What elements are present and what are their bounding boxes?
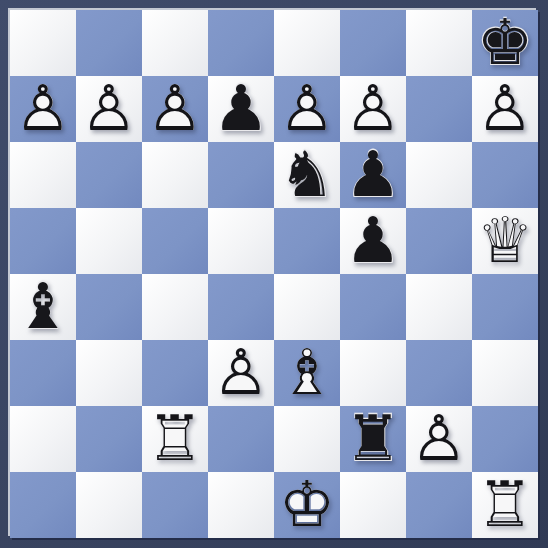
square-e3[interactable]: ♝♗ [274, 340, 340, 406]
black-king-h8[interactable]: ♚♚ [472, 10, 538, 76]
square-f5[interactable]: ♟♟ [340, 208, 406, 274]
square-a2[interactable] [10, 406, 76, 472]
square-g3[interactable] [406, 340, 472, 406]
square-g2[interactable]: ♟♙ [406, 406, 472, 472]
square-a8[interactable] [10, 10, 76, 76]
square-b5[interactable] [76, 208, 142, 274]
square-g1[interactable] [406, 472, 472, 538]
square-a1[interactable] [10, 472, 76, 538]
square-f4[interactable] [340, 274, 406, 340]
square-f6[interactable]: ♟♟ [340, 142, 406, 208]
black-knight-e6[interactable]: ♞♞ [274, 142, 340, 208]
black-pawn-d7[interactable]: ♟♟ [208, 76, 274, 142]
square-h8[interactable]: ♚♚ [472, 10, 538, 76]
board-frame: ♚♚♟♙♟♙♟♙♟♟♟♙♟♙♟♙♞♞♟♟♟♟♛♕♝♝♟♙♝♗♜♖♜♜♟♙♚♔♜♖ [0, 0, 548, 548]
square-g7[interactable] [406, 76, 472, 142]
square-e1[interactable]: ♚♔ [274, 472, 340, 538]
square-b4[interactable] [76, 274, 142, 340]
square-g6[interactable] [406, 142, 472, 208]
square-h6[interactable] [472, 142, 538, 208]
square-b1[interactable] [76, 472, 142, 538]
black-pawn-f6[interactable]: ♟♟ [340, 142, 406, 208]
black-bishop-a4[interactable]: ♝♝ [10, 274, 76, 340]
white-pawn-e7[interactable]: ♟♙ [274, 76, 340, 142]
square-b6[interactable] [76, 142, 142, 208]
square-b3[interactable] [76, 340, 142, 406]
square-f2[interactable]: ♜♜ [340, 406, 406, 472]
square-a4[interactable]: ♝♝ [10, 274, 76, 340]
square-c3[interactable] [142, 340, 208, 406]
white-pawn-d3[interactable]: ♟♙ [208, 340, 274, 406]
square-h4[interactable] [472, 274, 538, 340]
square-d6[interactable] [208, 142, 274, 208]
square-b8[interactable] [76, 10, 142, 76]
square-g8[interactable] [406, 10, 472, 76]
square-d8[interactable] [208, 10, 274, 76]
square-d2[interactable] [208, 406, 274, 472]
square-e4[interactable] [274, 274, 340, 340]
white-pawn-b7[interactable]: ♟♙ [76, 76, 142, 142]
square-b7[interactable]: ♟♙ [76, 76, 142, 142]
square-f1[interactable] [340, 472, 406, 538]
square-d1[interactable] [208, 472, 274, 538]
square-f8[interactable] [340, 10, 406, 76]
square-g4[interactable] [406, 274, 472, 340]
square-d4[interactable] [208, 274, 274, 340]
black-rook-f2[interactable]: ♜♜ [340, 406, 406, 472]
square-e8[interactable] [274, 10, 340, 76]
square-e2[interactable] [274, 406, 340, 472]
square-h2[interactable] [472, 406, 538, 472]
square-d7[interactable]: ♟♟ [208, 76, 274, 142]
white-pawn-h7[interactable]: ♟♙ [472, 76, 538, 142]
square-h7[interactable]: ♟♙ [472, 76, 538, 142]
white-pawn-f7[interactable]: ♟♙ [340, 76, 406, 142]
white-king-e1[interactable]: ♚♔ [274, 472, 340, 538]
white-pawn-g2[interactable]: ♟♙ [406, 406, 472, 472]
square-f3[interactable] [340, 340, 406, 406]
square-c7[interactable]: ♟♙ [142, 76, 208, 142]
white-rook-c2[interactable]: ♜♖ [142, 406, 208, 472]
square-c4[interactable] [142, 274, 208, 340]
white-pawn-c7[interactable]: ♟♙ [142, 76, 208, 142]
square-h1[interactable]: ♜♖ [472, 472, 538, 538]
white-pawn-a7[interactable]: ♟♙ [10, 76, 76, 142]
square-g5[interactable] [406, 208, 472, 274]
white-rook-h1[interactable]: ♜♖ [472, 472, 538, 538]
square-e7[interactable]: ♟♙ [274, 76, 340, 142]
square-f7[interactable]: ♟♙ [340, 76, 406, 142]
square-c1[interactable] [142, 472, 208, 538]
square-e6[interactable]: ♞♞ [274, 142, 340, 208]
square-c5[interactable] [142, 208, 208, 274]
square-c8[interactable] [142, 10, 208, 76]
square-a6[interactable] [10, 142, 76, 208]
chess-board: ♚♚♟♙♟♙♟♙♟♟♟♙♟♙♟♙♞♞♟♟♟♟♛♕♝♝♟♙♝♗♜♖♜♜♟♙♚♔♜♖ [10, 10, 538, 538]
square-a5[interactable] [10, 208, 76, 274]
square-h3[interactable] [472, 340, 538, 406]
square-e5[interactable] [274, 208, 340, 274]
square-a7[interactable]: ♟♙ [10, 76, 76, 142]
square-c6[interactable] [142, 142, 208, 208]
square-d3[interactable]: ♟♙ [208, 340, 274, 406]
square-d5[interactable] [208, 208, 274, 274]
square-a3[interactable] [10, 340, 76, 406]
black-pawn-f5[interactable]: ♟♟ [340, 208, 406, 274]
square-b2[interactable] [76, 406, 142, 472]
square-h5[interactable]: ♛♕ [472, 208, 538, 274]
white-queen-h5[interactable]: ♛♕ [472, 208, 538, 274]
white-bishop-e3[interactable]: ♝♗ [274, 340, 340, 406]
square-c2[interactable]: ♜♖ [142, 406, 208, 472]
